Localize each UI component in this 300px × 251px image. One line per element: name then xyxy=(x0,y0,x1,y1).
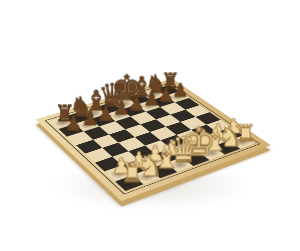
chess-set-photo: ♜♞♝♛♚♝♞♜♟♟♟♟♟♟♟♟♟♟♟♟♟♟♟♟♜♞♝♛♚♝♞♜ xyxy=(0,0,300,251)
piece-black-rook: ♜ xyxy=(148,71,192,92)
square-a6 xyxy=(67,132,93,145)
piece-black-king: ♚ xyxy=(104,71,149,106)
